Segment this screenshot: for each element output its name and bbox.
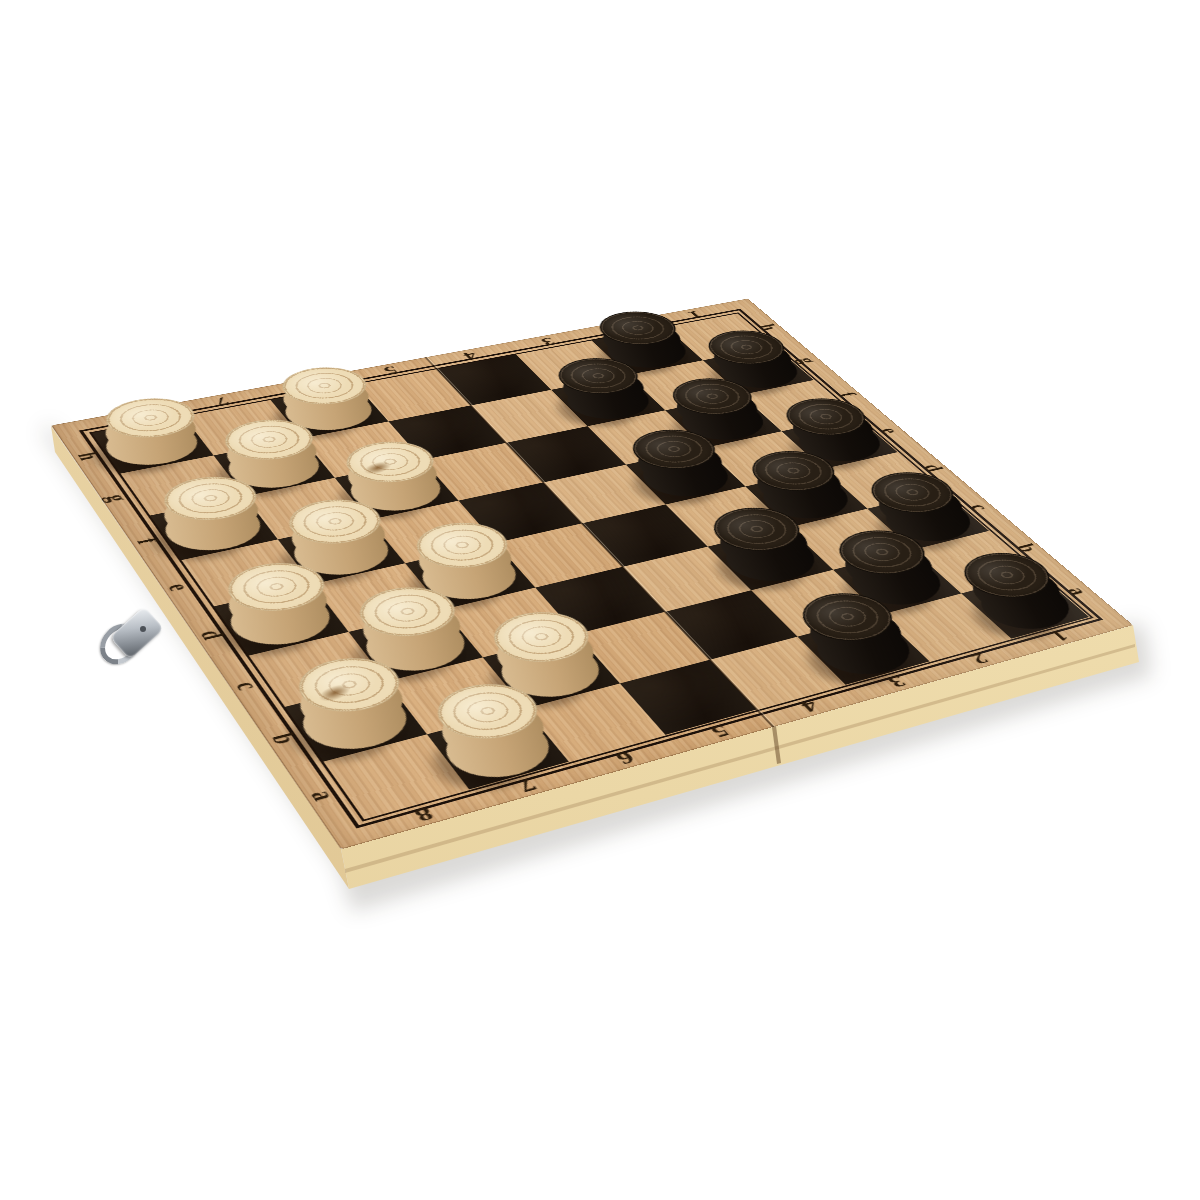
clasp-pin [140, 626, 146, 632]
product-photo-stage: 87654321 87654321 hgfedcba hgfedcba [0, 0, 1200, 1200]
clasp-latch-icon [96, 596, 176, 686]
